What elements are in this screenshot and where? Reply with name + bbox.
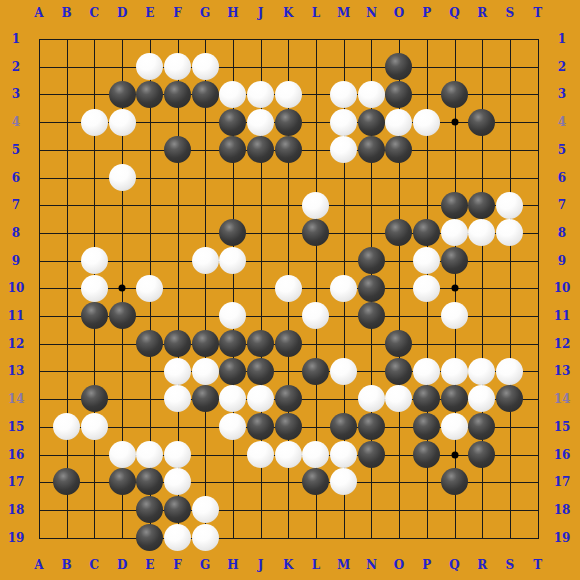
intersection-S6[interactable] (496, 164, 524, 192)
intersection-D9[interactable] (108, 247, 136, 275)
intersection-O11[interactable] (385, 302, 413, 330)
intersection-N13[interactable] (357, 357, 385, 385)
intersection-N1[interactable] (357, 25, 385, 53)
intersection-J18[interactable] (247, 496, 275, 524)
intersection-M5[interactable] (330, 136, 358, 164)
intersection-N6[interactable] (357, 164, 385, 192)
intersection-J15[interactable] (247, 413, 275, 441)
intersection-R15[interactable] (468, 413, 496, 441)
intersection-D8[interactable] (108, 219, 136, 247)
intersection-K1[interactable] (274, 25, 302, 53)
intersection-T3[interactable] (524, 81, 552, 109)
intersection-R9[interactable] (468, 247, 496, 275)
intersection-G6[interactable] (191, 164, 219, 192)
intersection-C7[interactable] (81, 191, 109, 219)
intersection-E9[interactable] (136, 247, 164, 275)
intersection-P2[interactable] (413, 53, 441, 81)
intersection-B1[interactable] (53, 25, 81, 53)
intersection-Q4[interactable] (440, 108, 468, 136)
intersection-N12[interactable] (357, 330, 385, 358)
intersection-M2[interactable] (330, 53, 358, 81)
intersection-F14[interactable] (164, 385, 192, 413)
intersection-Q11[interactable] (440, 302, 468, 330)
intersection-R5[interactable] (468, 136, 496, 164)
intersection-Q5[interactable] (440, 136, 468, 164)
intersection-D6[interactable] (108, 164, 136, 192)
intersection-H2[interactable] (219, 53, 247, 81)
intersection-P3[interactable] (413, 81, 441, 109)
intersection-P19[interactable] (413, 524, 441, 552)
intersection-E13[interactable] (136, 357, 164, 385)
intersection-K4[interactable] (274, 108, 302, 136)
intersection-C15[interactable] (81, 413, 109, 441)
intersection-K12[interactable] (274, 330, 302, 358)
intersection-S7[interactable] (496, 191, 524, 219)
intersection-M12[interactable] (330, 330, 358, 358)
intersection-T10[interactable] (524, 274, 552, 302)
intersection-E19[interactable] (136, 524, 164, 552)
intersection-H10[interactable] (219, 274, 247, 302)
intersection-L3[interactable] (302, 81, 330, 109)
intersection-T7[interactable] (524, 191, 552, 219)
intersection-Q17[interactable] (440, 468, 468, 496)
intersection-F6[interactable] (164, 164, 192, 192)
intersection-A11[interactable] (25, 302, 53, 330)
intersection-G9[interactable] (191, 247, 219, 275)
intersection-E8[interactable] (136, 219, 164, 247)
intersection-A9[interactable] (25, 247, 53, 275)
intersection-K18[interactable] (274, 496, 302, 524)
intersection-N8[interactable] (357, 219, 385, 247)
intersection-L11[interactable] (302, 302, 330, 330)
intersection-S14[interactable] (496, 385, 524, 413)
intersection-N18[interactable] (357, 496, 385, 524)
intersection-T15[interactable] (524, 413, 552, 441)
intersection-H13[interactable] (219, 357, 247, 385)
intersection-E18[interactable] (136, 496, 164, 524)
intersection-L5[interactable] (302, 136, 330, 164)
intersection-H12[interactable] (219, 330, 247, 358)
intersection-K16[interactable] (274, 440, 302, 468)
intersection-O8[interactable] (385, 219, 413, 247)
intersection-Q1[interactable] (440, 25, 468, 53)
intersection-L19[interactable] (302, 524, 330, 552)
intersection-G2[interactable] (191, 53, 219, 81)
intersection-Q9[interactable] (440, 247, 468, 275)
intersection-T13[interactable] (524, 357, 552, 385)
intersection-G5[interactable] (191, 136, 219, 164)
intersection-Q16[interactable] (440, 440, 468, 468)
intersection-N3[interactable] (357, 81, 385, 109)
intersection-O6[interactable] (385, 164, 413, 192)
intersection-B3[interactable] (53, 81, 81, 109)
intersection-J5[interactable] (247, 136, 275, 164)
intersection-T18[interactable] (524, 496, 552, 524)
intersection-A1[interactable] (25, 25, 53, 53)
intersection-N14[interactable] (357, 385, 385, 413)
intersection-K19[interactable] (274, 524, 302, 552)
intersection-M14[interactable] (330, 385, 358, 413)
intersection-O4[interactable] (385, 108, 413, 136)
intersection-S1[interactable] (496, 25, 524, 53)
intersection-J14[interactable] (247, 385, 275, 413)
intersection-D5[interactable] (108, 136, 136, 164)
intersection-M9[interactable] (330, 247, 358, 275)
intersection-C18[interactable] (81, 496, 109, 524)
intersection-M15[interactable] (330, 413, 358, 441)
intersection-R7[interactable] (468, 191, 496, 219)
intersection-D17[interactable] (108, 468, 136, 496)
intersection-O14[interactable] (385, 385, 413, 413)
intersection-J4[interactable] (247, 108, 275, 136)
intersection-T1[interactable] (524, 25, 552, 53)
intersection-O19[interactable] (385, 524, 413, 552)
intersection-L14[interactable] (302, 385, 330, 413)
intersection-H19[interactable] (219, 524, 247, 552)
intersection-S3[interactable] (496, 81, 524, 109)
intersection-S2[interactable] (496, 53, 524, 81)
intersection-R6[interactable] (468, 164, 496, 192)
intersection-J10[interactable] (247, 274, 275, 302)
intersection-M7[interactable] (330, 191, 358, 219)
intersection-C10[interactable] (81, 274, 109, 302)
intersection-E16[interactable] (136, 440, 164, 468)
intersection-L16[interactable] (302, 440, 330, 468)
intersection-N2[interactable] (357, 53, 385, 81)
intersection-E6[interactable] (136, 164, 164, 192)
intersection-P9[interactable] (413, 247, 441, 275)
intersection-O16[interactable] (385, 440, 413, 468)
intersection-S12[interactable] (496, 330, 524, 358)
intersection-M19[interactable] (330, 524, 358, 552)
intersection-C12[interactable] (81, 330, 109, 358)
intersection-N4[interactable] (357, 108, 385, 136)
intersection-O9[interactable] (385, 247, 413, 275)
intersection-G16[interactable] (191, 440, 219, 468)
intersection-R2[interactable] (468, 53, 496, 81)
intersection-R18[interactable] (468, 496, 496, 524)
intersection-G14[interactable] (191, 385, 219, 413)
intersection-H11[interactable] (219, 302, 247, 330)
intersection-E2[interactable] (136, 53, 164, 81)
intersection-L10[interactable] (302, 274, 330, 302)
intersection-P4[interactable] (413, 108, 441, 136)
intersection-B11[interactable] (53, 302, 81, 330)
intersection-R3[interactable] (468, 81, 496, 109)
intersection-G10[interactable] (191, 274, 219, 302)
intersection-K13[interactable] (274, 357, 302, 385)
intersection-R14[interactable] (468, 385, 496, 413)
intersection-P10[interactable] (413, 274, 441, 302)
intersection-J1[interactable] (247, 25, 275, 53)
intersection-D4[interactable] (108, 108, 136, 136)
intersection-B8[interactable] (53, 219, 81, 247)
intersection-P13[interactable] (413, 357, 441, 385)
intersection-E12[interactable] (136, 330, 164, 358)
intersection-B6[interactable] (53, 164, 81, 192)
intersection-C6[interactable] (81, 164, 109, 192)
intersection-F7[interactable] (164, 191, 192, 219)
intersection-P12[interactable] (413, 330, 441, 358)
intersection-R13[interactable] (468, 357, 496, 385)
intersection-B7[interactable] (53, 191, 81, 219)
intersection-J8[interactable] (247, 219, 275, 247)
intersection-D10[interactable] (108, 274, 136, 302)
intersection-T17[interactable] (524, 468, 552, 496)
intersection-T16[interactable] (524, 440, 552, 468)
intersection-T8[interactable] (524, 219, 552, 247)
intersection-E10[interactable] (136, 274, 164, 302)
intersection-R4[interactable] (468, 108, 496, 136)
intersection-S16[interactable] (496, 440, 524, 468)
intersection-O13[interactable] (385, 357, 413, 385)
intersection-F10[interactable] (164, 274, 192, 302)
intersection-M3[interactable] (330, 81, 358, 109)
intersection-O18[interactable] (385, 496, 413, 524)
intersection-H17[interactable] (219, 468, 247, 496)
intersection-E4[interactable] (136, 108, 164, 136)
intersection-S13[interactable] (496, 357, 524, 385)
intersection-G18[interactable] (191, 496, 219, 524)
intersection-R11[interactable] (468, 302, 496, 330)
intersection-C1[interactable] (81, 25, 109, 53)
intersection-O7[interactable] (385, 191, 413, 219)
intersection-Q3[interactable] (440, 81, 468, 109)
intersection-H3[interactable] (219, 81, 247, 109)
intersection-A4[interactable] (25, 108, 53, 136)
intersection-H8[interactable] (219, 219, 247, 247)
intersection-D19[interactable] (108, 524, 136, 552)
intersection-P7[interactable] (413, 191, 441, 219)
intersection-J13[interactable] (247, 357, 275, 385)
intersection-E11[interactable] (136, 302, 164, 330)
intersection-M10[interactable] (330, 274, 358, 302)
intersection-M1[interactable] (330, 25, 358, 53)
intersection-A16[interactable] (25, 440, 53, 468)
intersection-C2[interactable] (81, 53, 109, 81)
intersection-O3[interactable] (385, 81, 413, 109)
intersection-O2[interactable] (385, 53, 413, 81)
intersection-B18[interactable] (53, 496, 81, 524)
intersection-F1[interactable] (164, 25, 192, 53)
intersection-G17[interactable] (191, 468, 219, 496)
intersection-R17[interactable] (468, 468, 496, 496)
intersection-S5[interactable] (496, 136, 524, 164)
intersection-S19[interactable] (496, 524, 524, 552)
intersection-L6[interactable] (302, 164, 330, 192)
intersection-L4[interactable] (302, 108, 330, 136)
intersection-H14[interactable] (219, 385, 247, 413)
intersection-G11[interactable] (191, 302, 219, 330)
intersection-P18[interactable] (413, 496, 441, 524)
intersection-J9[interactable] (247, 247, 275, 275)
intersection-N16[interactable] (357, 440, 385, 468)
intersection-L9[interactable] (302, 247, 330, 275)
intersection-B4[interactable] (53, 108, 81, 136)
intersection-P1[interactable] (413, 25, 441, 53)
intersection-O12[interactable] (385, 330, 413, 358)
intersection-B5[interactable] (53, 136, 81, 164)
intersection-E1[interactable] (136, 25, 164, 53)
intersection-Q14[interactable] (440, 385, 468, 413)
intersection-S4[interactable] (496, 108, 524, 136)
intersection-T19[interactable] (524, 524, 552, 552)
intersection-F11[interactable] (164, 302, 192, 330)
intersection-J7[interactable] (247, 191, 275, 219)
intersection-B16[interactable] (53, 440, 81, 468)
intersection-R12[interactable] (468, 330, 496, 358)
intersection-K8[interactable] (274, 219, 302, 247)
intersection-M11[interactable] (330, 302, 358, 330)
intersection-B19[interactable] (53, 524, 81, 552)
intersection-C11[interactable] (81, 302, 109, 330)
intersection-M17[interactable] (330, 468, 358, 496)
intersection-E15[interactable] (136, 413, 164, 441)
intersection-D18[interactable] (108, 496, 136, 524)
intersection-E5[interactable] (136, 136, 164, 164)
intersection-C4[interactable] (81, 108, 109, 136)
intersection-G8[interactable] (191, 219, 219, 247)
intersection-F13[interactable] (164, 357, 192, 385)
intersection-J2[interactable] (247, 53, 275, 81)
intersection-H7[interactable] (219, 191, 247, 219)
intersection-J12[interactable] (247, 330, 275, 358)
intersection-T4[interactable] (524, 108, 552, 136)
intersection-T14[interactable] (524, 385, 552, 413)
intersection-T5[interactable] (524, 136, 552, 164)
intersection-D14[interactable] (108, 385, 136, 413)
intersection-L13[interactable] (302, 357, 330, 385)
intersection-L18[interactable] (302, 496, 330, 524)
intersection-N11[interactable] (357, 302, 385, 330)
intersection-J19[interactable] (247, 524, 275, 552)
intersection-B10[interactable] (53, 274, 81, 302)
intersection-Q15[interactable] (440, 413, 468, 441)
intersection-O10[interactable] (385, 274, 413, 302)
intersection-C14[interactable] (81, 385, 109, 413)
intersection-G7[interactable] (191, 191, 219, 219)
intersection-Q19[interactable] (440, 524, 468, 552)
intersection-Q2[interactable] (440, 53, 468, 81)
intersection-P15[interactable] (413, 413, 441, 441)
intersection-F12[interactable] (164, 330, 192, 358)
intersection-S8[interactable] (496, 219, 524, 247)
intersection-J17[interactable] (247, 468, 275, 496)
intersection-K9[interactable] (274, 247, 302, 275)
intersection-C9[interactable] (81, 247, 109, 275)
intersection-R16[interactable] (468, 440, 496, 468)
intersection-R8[interactable] (468, 219, 496, 247)
intersection-F2[interactable] (164, 53, 192, 81)
intersection-S15[interactable] (496, 413, 524, 441)
intersection-G13[interactable] (191, 357, 219, 385)
intersection-P16[interactable] (413, 440, 441, 468)
intersection-T2[interactable] (524, 53, 552, 81)
intersection-B2[interactable] (53, 53, 81, 81)
intersection-O5[interactable] (385, 136, 413, 164)
intersection-P14[interactable] (413, 385, 441, 413)
intersection-D2[interactable] (108, 53, 136, 81)
intersection-G12[interactable] (191, 330, 219, 358)
intersection-B9[interactable] (53, 247, 81, 275)
intersection-S9[interactable] (496, 247, 524, 275)
intersection-F17[interactable] (164, 468, 192, 496)
intersection-K10[interactable] (274, 274, 302, 302)
intersection-H6[interactable] (219, 164, 247, 192)
intersection-F9[interactable] (164, 247, 192, 275)
intersection-N15[interactable] (357, 413, 385, 441)
intersection-H5[interactable] (219, 136, 247, 164)
intersection-F8[interactable] (164, 219, 192, 247)
intersection-R10[interactable] (468, 274, 496, 302)
intersection-D7[interactable] (108, 191, 136, 219)
intersection-P5[interactable] (413, 136, 441, 164)
intersection-F18[interactable] (164, 496, 192, 524)
intersection-T6[interactable] (524, 164, 552, 192)
intersection-G4[interactable] (191, 108, 219, 136)
intersection-E7[interactable] (136, 191, 164, 219)
intersection-G3[interactable] (191, 81, 219, 109)
intersection-A18[interactable] (25, 496, 53, 524)
intersection-H18[interactable] (219, 496, 247, 524)
intersection-P17[interactable] (413, 468, 441, 496)
intersection-M18[interactable] (330, 496, 358, 524)
intersection-S17[interactable] (496, 468, 524, 496)
intersection-F4[interactable] (164, 108, 192, 136)
intersection-A2[interactable] (25, 53, 53, 81)
intersection-K15[interactable] (274, 413, 302, 441)
intersection-C8[interactable] (81, 219, 109, 247)
intersection-R19[interactable] (468, 524, 496, 552)
intersection-Q10[interactable] (440, 274, 468, 302)
intersection-O1[interactable] (385, 25, 413, 53)
intersection-Q7[interactable] (440, 191, 468, 219)
intersection-A14[interactable] (25, 385, 53, 413)
intersection-N10[interactable] (357, 274, 385, 302)
intersection-F15[interactable] (164, 413, 192, 441)
intersection-D16[interactable] (108, 440, 136, 468)
intersection-A7[interactable] (25, 191, 53, 219)
intersection-G15[interactable] (191, 413, 219, 441)
intersection-K2[interactable] (274, 53, 302, 81)
intersection-H4[interactable] (219, 108, 247, 136)
intersection-P6[interactable] (413, 164, 441, 192)
intersection-A3[interactable] (25, 81, 53, 109)
intersection-K14[interactable] (274, 385, 302, 413)
intersection-Q18[interactable] (440, 496, 468, 524)
intersection-E17[interactable] (136, 468, 164, 496)
intersection-N7[interactable] (357, 191, 385, 219)
intersection-C17[interactable] (81, 468, 109, 496)
intersection-M8[interactable] (330, 219, 358, 247)
intersection-S11[interactable] (496, 302, 524, 330)
intersection-L2[interactable] (302, 53, 330, 81)
intersection-M16[interactable] (330, 440, 358, 468)
intersection-G1[interactable] (191, 25, 219, 53)
intersection-A6[interactable] (25, 164, 53, 192)
intersection-H9[interactable] (219, 247, 247, 275)
intersection-D1[interactable] (108, 25, 136, 53)
intersection-F5[interactable] (164, 136, 192, 164)
intersection-A19[interactable] (25, 524, 53, 552)
intersection-H15[interactable] (219, 413, 247, 441)
intersection-K11[interactable] (274, 302, 302, 330)
intersection-M13[interactable] (330, 357, 358, 385)
intersection-M6[interactable] (330, 164, 358, 192)
intersection-A17[interactable] (25, 468, 53, 496)
intersection-N17[interactable] (357, 468, 385, 496)
intersection-O15[interactable] (385, 413, 413, 441)
